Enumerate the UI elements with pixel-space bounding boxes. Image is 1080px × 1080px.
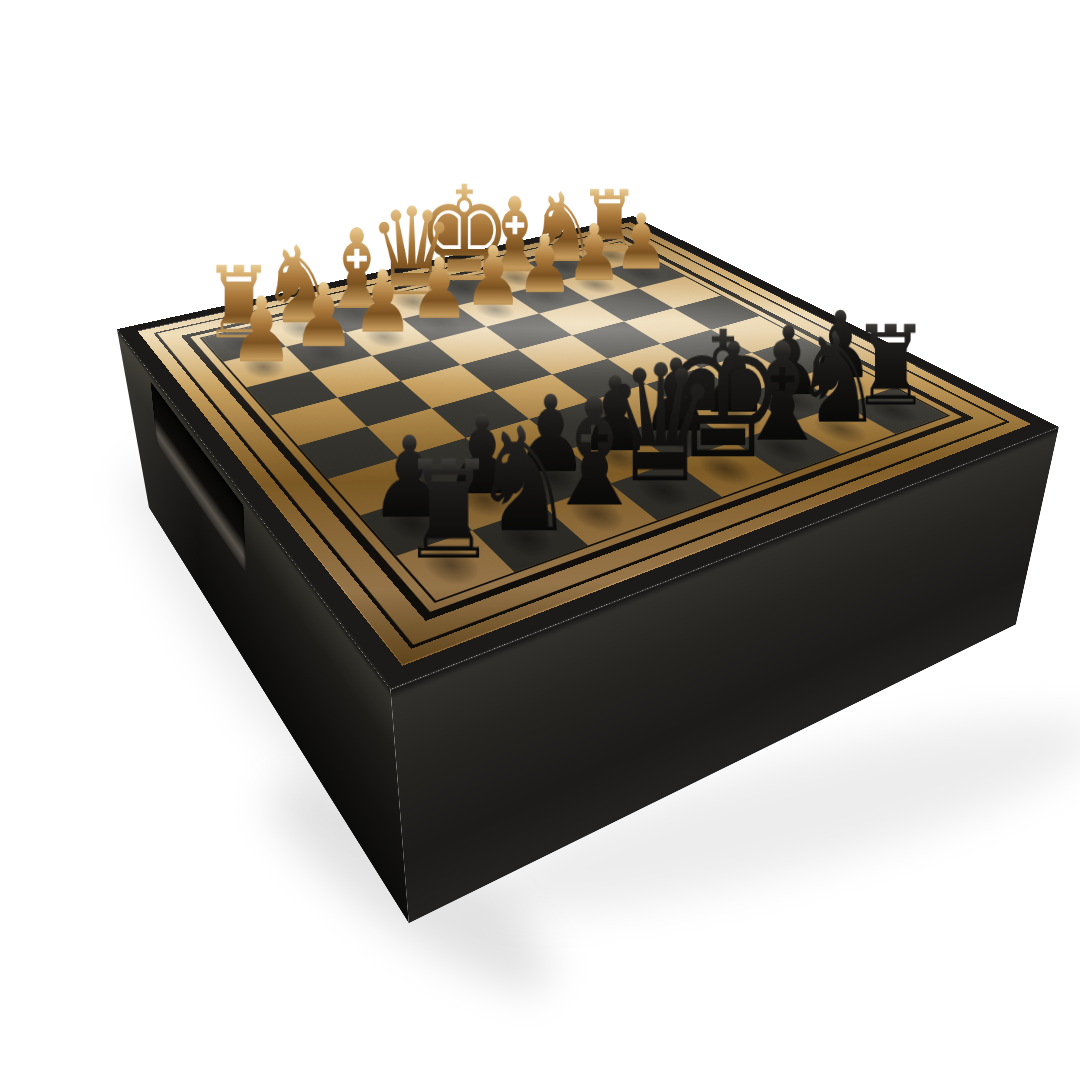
- chess-set-photo: ♜♟♟♜♞♟♟♞♝♟♟♝♚♟♟♚♛♟♟♛♝♟♟♝♞♟♟♞♜♟♟♜: [0, 0, 1080, 1080]
- black-rook-glyph: ♜: [358, 450, 539, 572]
- square-a8[interactable]: ♜: [396, 530, 514, 600]
- white-pawn-glyph: ♟: [193, 291, 331, 372]
